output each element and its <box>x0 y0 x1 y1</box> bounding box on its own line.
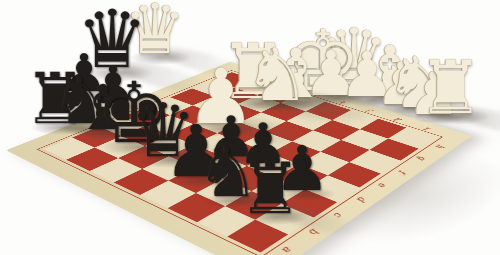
file-label-b: b <box>306 227 322 235</box>
white-rook-h8: ♜ <box>418 50 484 124</box>
white-bishop-f8: ♝ <box>360 37 421 105</box>
white-pawn-e7: ♟ <box>339 44 395 106</box>
file-label-c: c <box>331 211 346 218</box>
black-pawn-a3-shadow <box>67 89 114 100</box>
rank-label-6: 6 <box>289 85 300 89</box>
white-knight-g8: ♞ <box>385 47 449 118</box>
black-extra-queen-display-shadow <box>82 64 154 82</box>
file-label-f: f <box>396 169 409 174</box>
white-extra-queen-display-shadow <box>130 50 192 65</box>
file-label-d: d <box>354 196 369 203</box>
rank-label-1: 1 <box>421 126 432 131</box>
board-coordinates: abcdefgh12345678 <box>6 62 472 255</box>
rank-label-2: 2 <box>393 117 404 122</box>
white-pawn-f7: ♟ <box>376 54 429 113</box>
rank-label-4: 4 <box>339 101 350 106</box>
white-extra-queen-display: ♛ <box>124 0 186 64</box>
rank-label-7: 7 <box>266 78 276 82</box>
product-photo-scene: abcdefgh12345678 ♛♛♟♜♞♝♚♟♛♟♝♟♞♟♜♟♟♜♞♝♚♛♟… <box>0 0 500 255</box>
rank-label-3: 3 <box>365 109 376 114</box>
white-queen-e8: ♛ <box>319 18 389 96</box>
rank-label-5: 5 <box>313 93 324 97</box>
white-rook-h8-shadow <box>424 109 491 125</box>
file-label-e: e <box>376 182 390 188</box>
black-extra-queen-display: ♛ <box>76 0 148 80</box>
chess-board: abcdefgh12345678 <box>6 62 472 255</box>
white-pawn-g7: ♟ <box>408 64 461 123</box>
file-label-g: g <box>415 156 429 162</box>
white-bishop-f8-shadow <box>365 92 426 107</box>
black-pawn-a3: ♟ <box>61 47 108 99</box>
rank-label-8: 8 <box>244 71 254 75</box>
file-label-h: h <box>433 144 446 150</box>
file-label-a: a <box>280 245 296 254</box>
